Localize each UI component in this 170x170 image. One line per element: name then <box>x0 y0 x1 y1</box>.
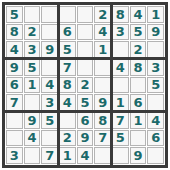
cell-r3c5[interactable] <box>77 41 94 58</box>
cell-r4c5[interactable] <box>77 59 94 76</box>
cell-r2c2[interactable]: 2 <box>24 24 41 41</box>
cell-r9c2[interactable] <box>24 147 41 164</box>
cell-r2c6[interactable]: 4 <box>94 24 111 41</box>
cell-r3c9[interactable] <box>147 41 164 58</box>
cell-r6c3[interactable]: 3 <box>41 94 58 111</box>
cell-r4c1[interactable]: 9 <box>6 59 23 76</box>
cell-r1c7[interactable]: 8 <box>112 6 129 23</box>
cell-r2c9[interactable]: 9 <box>147 24 164 41</box>
cell-r4c3[interactable] <box>41 59 58 76</box>
cell-r9c1[interactable]: 3 <box>6 147 23 164</box>
cell-r8c7[interactable]: 5 <box>112 130 129 147</box>
cell-r7c4[interactable] <box>59 112 76 129</box>
cell-r8c8[interactable] <box>130 130 147 147</box>
cell-r6c9[interactable] <box>147 94 164 111</box>
cell-r3c1[interactable]: 4 <box>6 41 23 58</box>
cell-r5c9[interactable]: 5 <box>147 77 164 94</box>
cell-r5c7[interactable] <box>112 77 129 94</box>
cell-r8c9[interactable]: 6 <box>147 130 164 147</box>
cell-r7c2[interactable]: 9 <box>24 112 41 129</box>
cell-r6c8[interactable]: 6 <box>130 94 147 111</box>
sudoku-board: 5284182643594395129574836148257345916956… <box>2 2 168 168</box>
cell-r8c1[interactable] <box>6 130 23 147</box>
cell-r3c8[interactable]: 2 <box>130 41 147 58</box>
cell-r2c8[interactable]: 5 <box>130 24 147 41</box>
cell-r9c8[interactable]: 9 <box>130 147 147 164</box>
cell-r6c4[interactable]: 4 <box>59 94 76 111</box>
cell-r4c8[interactable]: 8 <box>130 59 147 76</box>
cell-r7c3[interactable]: 5 <box>41 112 58 129</box>
cell-r3c7[interactable] <box>112 41 129 58</box>
cell-r3c2[interactable]: 3 <box>24 41 41 58</box>
cell-r7c7[interactable]: 7 <box>112 112 129 129</box>
cell-r7c9[interactable]: 4 <box>147 112 164 129</box>
cell-r5c6[interactable] <box>94 77 111 94</box>
cell-r5c2[interactable]: 1 <box>24 77 41 94</box>
cell-r5c4[interactable]: 8 <box>59 77 76 94</box>
cell-r2c3[interactable] <box>41 24 58 41</box>
cell-r8c4[interactable]: 2 <box>59 130 76 147</box>
cell-r1c6[interactable]: 2 <box>94 6 111 23</box>
cell-r5c5[interactable]: 2 <box>77 77 94 94</box>
cell-r6c2[interactable] <box>24 94 41 111</box>
cell-r4c2[interactable]: 5 <box>24 59 41 76</box>
cell-r4c7[interactable]: 4 <box>112 59 129 76</box>
cell-r9c4[interactable]: 1 <box>59 147 76 164</box>
cell-r6c5[interactable]: 5 <box>77 94 94 111</box>
cell-r1c1[interactable]: 5 <box>6 6 23 23</box>
cell-r5c1[interactable]: 6 <box>6 77 23 94</box>
cell-r1c3[interactable] <box>41 6 58 23</box>
cell-r7c1[interactable] <box>6 112 23 129</box>
cell-r1c5[interactable] <box>77 6 94 23</box>
cell-r6c6[interactable]: 9 <box>94 94 111 111</box>
cell-r2c1[interactable]: 8 <box>6 24 23 41</box>
cell-r9c3[interactable]: 7 <box>41 147 58 164</box>
cell-r9c6[interactable] <box>94 147 111 164</box>
cell-r8c5[interactable]: 9 <box>77 130 94 147</box>
cell-r3c3[interactable]: 9 <box>41 41 58 58</box>
sudoku-grid: 5284182643594395129574836148257345916956… <box>5 5 165 165</box>
cell-r3c6[interactable]: 1 <box>94 41 111 58</box>
cell-r7c6[interactable]: 8 <box>94 112 111 129</box>
cell-r5c8[interactable] <box>130 77 147 94</box>
cell-r3c4[interactable]: 5 <box>59 41 76 58</box>
cell-r7c5[interactable]: 6 <box>77 112 94 129</box>
cell-r2c4[interactable]: 6 <box>59 24 76 41</box>
cell-r9c7[interactable] <box>112 147 129 164</box>
cell-r6c1[interactable]: 7 <box>6 94 23 111</box>
cell-r1c2[interactable] <box>24 6 41 23</box>
cell-r1c9[interactable]: 1 <box>147 6 164 23</box>
cell-r9c9[interactable] <box>147 147 164 164</box>
cell-r1c4[interactable] <box>59 6 76 23</box>
cell-r8c2[interactable]: 4 <box>24 130 41 147</box>
cell-r8c6[interactable]: 7 <box>94 130 111 147</box>
cell-r8c3[interactable] <box>41 130 58 147</box>
cell-r4c9[interactable]: 3 <box>147 59 164 76</box>
cell-r4c6[interactable] <box>94 59 111 76</box>
cell-r2c5[interactable] <box>77 24 94 41</box>
cell-r2c7[interactable]: 3 <box>112 24 129 41</box>
cell-r5c3[interactable]: 4 <box>41 77 58 94</box>
cell-r9c5[interactable]: 4 <box>77 147 94 164</box>
cell-r1c8[interactable]: 4 <box>130 6 147 23</box>
cell-r6c7[interactable]: 1 <box>112 94 129 111</box>
cell-r7c8[interactable]: 1 <box>130 112 147 129</box>
cell-r4c4[interactable]: 7 <box>59 59 76 76</box>
